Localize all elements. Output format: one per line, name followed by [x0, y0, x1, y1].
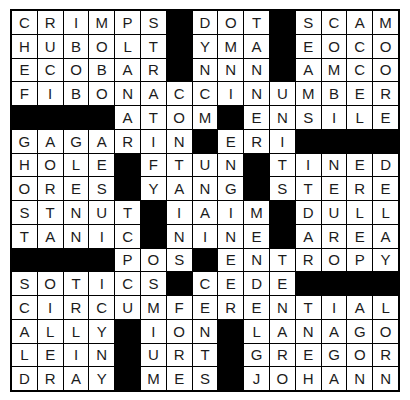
letter-cell[interactable]: O — [322, 249, 347, 272]
block-cell — [89, 106, 114, 129]
letter-cell[interactable]: I — [64, 344, 89, 367]
letter-cell[interactable]: T — [38, 201, 63, 224]
letter-cell[interactable]: T — [244, 11, 269, 34]
letter-cell[interactable]: H — [12, 35, 37, 58]
letter-cell[interactable]: I — [322, 106, 347, 129]
letter-cell[interactable]: R — [373, 82, 398, 105]
letter-cell[interactable]: O — [347, 344, 372, 367]
letter-cell[interactable]: I — [141, 130, 166, 153]
letter-cell[interactable]: A — [141, 82, 166, 105]
letter-cell[interactable]: I — [167, 201, 192, 224]
letter-cell[interactable]: R — [270, 344, 295, 367]
letter-cell[interactable]: Y — [193, 35, 218, 58]
letter-cell[interactable]: T — [12, 225, 37, 248]
letter-cell[interactable]: N — [296, 320, 321, 343]
letter-cell[interactable]: I — [141, 320, 166, 343]
letter-cell[interactable]: G — [64, 130, 89, 153]
letter-cell[interactable]: H — [12, 154, 37, 177]
letter-cell[interactable]: D — [373, 154, 398, 177]
letter-cell[interactable]: N — [193, 320, 218, 343]
letter-cell[interactable]: A — [373, 225, 398, 248]
letter-cell[interactable]: T — [296, 296, 321, 319]
letter-cell[interactable]: C — [193, 272, 218, 295]
letter-cell[interactable]: D — [193, 11, 218, 34]
letter-cell[interactable]: T — [167, 154, 192, 177]
letter-cell[interactable]: F — [141, 154, 166, 177]
letter-cell[interactable]: R — [218, 296, 243, 319]
letter-cell[interactable]: G — [322, 344, 347, 367]
letter-cell[interactable]: C — [347, 59, 372, 82]
letter-cell[interactable]: I — [218, 201, 243, 224]
letter-cell[interactable]: R — [141, 59, 166, 82]
letter-cell[interactable]: R — [373, 344, 398, 367]
letter-cell[interactable]: B — [64, 35, 89, 58]
letter-cell[interactable]: A — [347, 296, 372, 319]
block-cell — [193, 130, 218, 153]
letter-cell[interactable]: O — [64, 59, 89, 82]
letter-cell[interactable]: E — [296, 35, 321, 58]
letter-cell[interactable]: R — [347, 177, 372, 200]
letter-cell[interactable]: L — [115, 35, 140, 58]
block-cell — [167, 272, 192, 295]
block-cell — [115, 177, 140, 200]
block-cell — [193, 249, 218, 272]
letter-cell[interactable]: R — [38, 367, 63, 390]
letter-cell[interactable]: A — [244, 35, 269, 58]
letter-cell[interactable]: N — [115, 82, 140, 105]
letter-cell[interactable]: E — [12, 59, 37, 82]
letter-cell[interactable]: N — [64, 201, 89, 224]
letter-cell[interactable]: O — [38, 154, 63, 177]
letter-cell[interactable]: C — [89, 296, 114, 319]
letter-cell[interactable]: R — [38, 11, 63, 34]
letter-cell[interactable]: O — [218, 11, 243, 34]
block-cell — [141, 201, 166, 224]
letter-cell[interactable]: M — [141, 296, 166, 319]
letter-cell[interactable]: R — [322, 225, 347, 248]
letter-cell[interactable]: E — [244, 106, 269, 129]
letter-cell[interactable]: T — [64, 272, 89, 295]
letter-cell[interactable]: O — [89, 35, 114, 58]
letter-cell[interactable]: C — [322, 11, 347, 34]
letter-cell[interactable]: L — [38, 320, 63, 343]
letter-cell[interactable]: N — [244, 82, 269, 105]
letter-cell[interactable]: Y — [89, 320, 114, 343]
letter-cell[interactable]: E — [167, 367, 192, 390]
block-cell — [64, 249, 89, 272]
letter-cell[interactable]: I — [322, 296, 347, 319]
letter-cell[interactable]: T — [193, 344, 218, 367]
letter-cell[interactable]: C — [38, 59, 63, 82]
letter-cell[interactable]: M — [218, 35, 243, 58]
letter-cell[interactable]: O — [167, 320, 192, 343]
block-cell — [347, 272, 372, 295]
letter-cell[interactable]: I — [296, 154, 321, 177]
letter-cell[interactable]: S — [12, 272, 37, 295]
block-cell — [64, 106, 89, 129]
letter-cell[interactable]: E — [347, 82, 372, 105]
letter-cell[interactable]: I — [193, 225, 218, 248]
letter-cell[interactable]: T — [141, 106, 166, 129]
block-cell — [12, 106, 37, 129]
letter-cell[interactable]: C — [12, 296, 37, 319]
letter-cell[interactable]: N — [373, 367, 398, 390]
letter-cell[interactable]: O — [141, 249, 166, 272]
letter-cell[interactable]: A — [89, 130, 114, 153]
block-cell — [270, 35, 295, 58]
letter-cell[interactable]: L — [12, 344, 37, 367]
letter-cell[interactable]: C — [193, 82, 218, 105]
letter-cell[interactable]: R — [244, 130, 269, 153]
letter-cell[interactable]: O — [38, 272, 63, 295]
block-cell — [167, 11, 192, 34]
letter-cell[interactable]: E — [244, 296, 269, 319]
letter-cell[interactable]: R — [115, 130, 140, 153]
block-cell — [141, 225, 166, 248]
block-cell — [218, 344, 243, 367]
letter-cell[interactable]: A — [322, 320, 347, 343]
letter-cell[interactable]: O — [373, 35, 398, 58]
block-cell — [270, 59, 295, 82]
letter-cell[interactable]: S — [167, 249, 192, 272]
letter-cell[interactable]: L — [64, 320, 89, 343]
letter-cell[interactable]: G — [12, 130, 37, 153]
letter-cell[interactable]: A — [167, 177, 192, 200]
letter-cell[interactable]: I — [270, 130, 295, 153]
letter-cell[interactable]: U — [193, 154, 218, 177]
letter-cell[interactable]: C — [12, 11, 37, 34]
block-cell — [115, 320, 140, 343]
letter-cell[interactable]: N — [193, 177, 218, 200]
letter-cell[interactable]: L — [347, 106, 372, 129]
letter-cell[interactable]: S — [141, 272, 166, 295]
block-cell — [270, 225, 295, 248]
letter-cell[interactable]: A — [270, 320, 295, 343]
letter-cell[interactable]: U — [270, 82, 295, 105]
letter-cell[interactable]: M — [296, 82, 321, 105]
letter-cell[interactable]: N — [193, 59, 218, 82]
letter-cell[interactable]: A — [12, 320, 37, 343]
letter-cell[interactable]: M — [141, 367, 166, 390]
block-cell — [296, 130, 321, 153]
letter-cell[interactable]: F — [12, 82, 37, 105]
letter-cell[interactable]: E — [38, 344, 63, 367]
block-cell — [115, 367, 140, 390]
letter-cell[interactable]: E — [270, 272, 295, 295]
letter-cell[interactable]: E — [322, 177, 347, 200]
letter-cell[interactable]: U — [89, 201, 114, 224]
letter-cell[interactable]: J — [244, 367, 269, 390]
letter-cell[interactable]: N — [89, 344, 114, 367]
letter-cell[interactable]: N — [270, 106, 295, 129]
letter-cell[interactable]: Y — [141, 177, 166, 200]
block-cell — [347, 130, 372, 153]
block-cell — [38, 249, 63, 272]
letter-cell[interactable]: I — [64, 11, 89, 34]
letter-cell[interactable]: O — [373, 320, 398, 343]
letter-cell[interactable]: E — [373, 177, 398, 200]
letter-cell[interactable]: N — [244, 249, 269, 272]
letter-cell[interactable]: E — [296, 344, 321, 367]
block-cell — [115, 344, 140, 367]
letter-cell[interactable]: C — [115, 225, 140, 248]
block-cell — [12, 249, 37, 272]
letter-cell[interactable]: R — [64, 296, 89, 319]
letter-cell[interactable]: S — [296, 11, 321, 34]
letter-cell[interactable]: L — [244, 320, 269, 343]
letter-cell[interactable]: N — [347, 367, 372, 390]
letter-cell[interactable]: Y — [89, 367, 114, 390]
letter-cell[interactable]: E — [244, 225, 269, 248]
letter-cell[interactable]: I — [218, 82, 243, 105]
letter-cell[interactable]: D — [244, 272, 269, 295]
letter-cell[interactable]: E — [218, 249, 243, 272]
block-cell — [167, 59, 192, 82]
letter-cell[interactable]: L — [373, 296, 398, 319]
letter-cell[interactable]: C — [115, 272, 140, 295]
letter-cell[interactable]: T — [270, 154, 295, 177]
letter-cell[interactable]: E — [373, 106, 398, 129]
letter-cell[interactable]: I — [89, 272, 114, 295]
letter-cell[interactable]: D — [12, 367, 37, 390]
letter-cell[interactable]: B — [322, 82, 347, 105]
letter-cell[interactable]: E — [89, 154, 114, 177]
letter-cell[interactable]: E — [347, 154, 372, 177]
letter-cell[interactable]: M — [244, 201, 269, 224]
letter-cell[interactable]: B — [89, 59, 114, 82]
block-cell — [373, 272, 398, 295]
letter-cell[interactable]: C — [167, 82, 192, 105]
letter-cell[interactable]: E — [218, 130, 243, 153]
letter-cell[interactable]: C — [347, 35, 372, 58]
letter-cell[interactable]: P — [347, 249, 372, 272]
letter-cell[interactable]: A — [38, 225, 63, 248]
letter-cell[interactable]: A — [296, 225, 321, 248]
letter-cell[interactable]: M — [89, 11, 114, 34]
block-cell — [270, 201, 295, 224]
letter-cell[interactable]: U — [115, 296, 140, 319]
letter-cell[interactable]: O — [270, 367, 295, 390]
block-cell — [244, 177, 269, 200]
letter-cell[interactable]: S — [141, 11, 166, 34]
block-cell — [38, 106, 63, 129]
letter-cell[interactable]: L — [64, 154, 89, 177]
letter-cell[interactable]: H — [296, 367, 321, 390]
letter-cell[interactable]: N — [218, 59, 243, 82]
block-cell — [218, 106, 243, 129]
letter-cell[interactable]: A — [322, 367, 347, 390]
letter-cell[interactable]: S — [12, 201, 37, 224]
letter-cell[interactable]: R — [167, 344, 192, 367]
letter-cell[interactable]: E — [347, 225, 372, 248]
letter-cell[interactable]: A — [115, 59, 140, 82]
letter-cell[interactable]: R — [38, 177, 63, 200]
block-cell — [322, 272, 347, 295]
crossword-page: CRIMPSDOTSCAMHUBOLTYMAEOCOECOBARNNNAMCOF… — [0, 0, 410, 400]
letter-cell[interactable]: N — [64, 225, 89, 248]
letter-cell[interactable]: G — [244, 344, 269, 367]
letter-cell[interactable]: T — [115, 201, 140, 224]
letter-cell[interactable]: S — [296, 106, 321, 129]
letter-cell[interactable]: N — [167, 130, 192, 153]
letter-cell[interactable]: M — [322, 59, 347, 82]
letter-cell[interactable]: T — [296, 177, 321, 200]
block-cell — [373, 130, 398, 153]
letter-cell[interactable]: N — [218, 154, 243, 177]
letter-cell[interactable]: A — [38, 130, 63, 153]
letter-cell[interactable]: T — [270, 249, 295, 272]
letter-cell[interactable]: R — [296, 249, 321, 272]
block-cell — [244, 154, 269, 177]
letter-cell[interactable]: U — [38, 35, 63, 58]
block-cell — [115, 154, 140, 177]
letter-cell[interactable]: U — [322, 201, 347, 224]
letter-cell[interactable]: N — [244, 59, 269, 82]
letter-cell[interactable]: I — [38, 296, 63, 319]
letter-cell[interactable]: N — [218, 225, 243, 248]
letter-cell[interactable]: S — [89, 177, 114, 200]
letter-cell[interactable]: U — [141, 344, 166, 367]
letter-cell[interactable]: G — [218, 177, 243, 200]
letter-cell[interactable]: G — [347, 320, 372, 343]
letter-cell[interactable]: I — [89, 225, 114, 248]
letter-cell[interactable]: L — [347, 201, 372, 224]
letter-cell[interactable]: L — [373, 201, 398, 224]
crossword-grid: CRIMPSDOTSCAMHUBOLTYMAEOCOECOBARNNNAMCOF… — [10, 9, 400, 392]
letter-cell[interactable]: F — [167, 296, 192, 319]
letter-cell[interactable]: E — [193, 296, 218, 319]
letter-cell[interactable]: A — [64, 367, 89, 390]
letter-cell[interactable]: O — [373, 59, 398, 82]
letter-cell[interactable]: S — [193, 367, 218, 390]
letter-cell[interactable]: A — [296, 59, 321, 82]
block-cell — [322, 130, 347, 153]
letter-cell[interactable]: O — [12, 177, 37, 200]
letter-cell[interactable]: I — [38, 82, 63, 105]
letter-cell[interactable]: B — [64, 82, 89, 105]
letter-cell[interactable]: M — [193, 106, 218, 129]
letter-cell[interactable]: N — [167, 225, 192, 248]
letter-cell[interactable]: P — [115, 11, 140, 34]
letter-cell[interactable]: M — [373, 11, 398, 34]
letter-cell[interactable]: A — [115, 106, 140, 129]
letter-cell[interactable]: T — [141, 35, 166, 58]
letter-cell[interactable]: E — [64, 177, 89, 200]
block-cell — [270, 11, 295, 34]
letter-cell[interactable]: N — [322, 154, 347, 177]
letter-cell[interactable]: N — [270, 296, 295, 319]
letter-cell[interactable]: S — [270, 177, 295, 200]
letter-cell[interactable]: A — [347, 11, 372, 34]
block-cell — [89, 249, 114, 272]
letter-cell[interactable]: Y — [373, 249, 398, 272]
letter-cell[interactable]: O — [89, 82, 114, 105]
letter-cell[interactable]: O — [322, 35, 347, 58]
block-cell — [167, 35, 192, 58]
block-cell — [296, 272, 321, 295]
letter-cell[interactable]: D — [296, 201, 321, 224]
letter-cell[interactable]: A — [193, 201, 218, 224]
block-cell — [218, 367, 243, 390]
block-cell — [218, 320, 243, 343]
letter-cell[interactable]: E — [218, 272, 243, 295]
letter-cell[interactable]: O — [167, 106, 192, 129]
letter-cell[interactable]: P — [115, 249, 140, 272]
